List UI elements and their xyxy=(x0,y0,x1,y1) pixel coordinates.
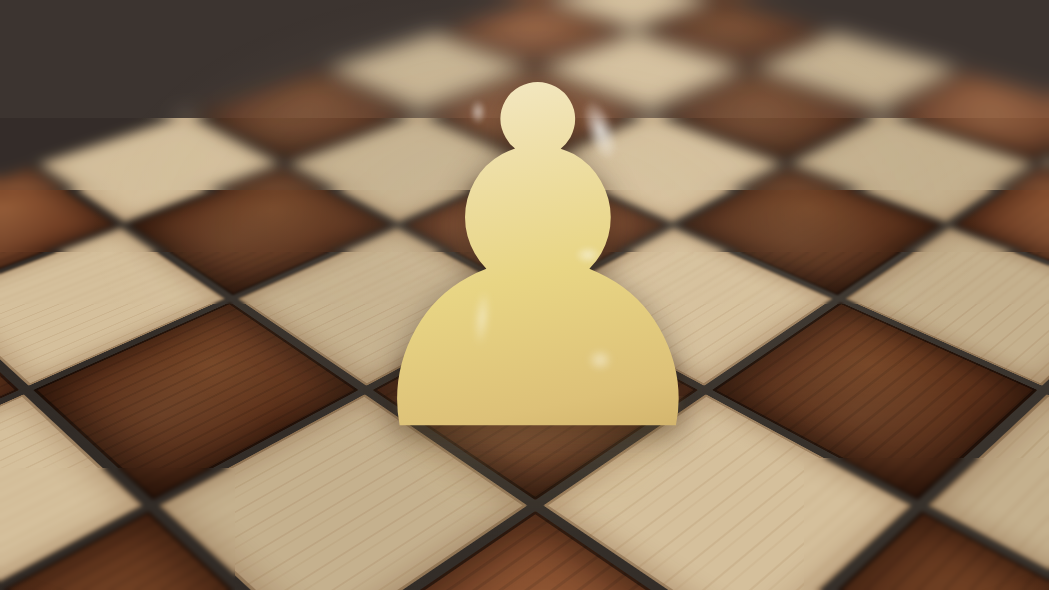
white-pawn: ♟ xyxy=(327,28,748,498)
chessboard-photo-scene: ♟ ♟ xyxy=(0,0,1049,590)
